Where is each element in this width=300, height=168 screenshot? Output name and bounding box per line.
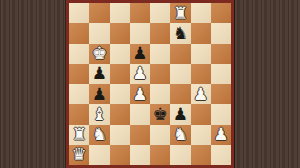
square-g1[interactable] [191, 145, 211, 165]
square-a4[interactable] [69, 84, 89, 104]
square-e2[interactable] [150, 125, 170, 145]
piece-white-pawn[interactable]: ♟ [213, 126, 228, 143]
square-g8[interactable] [191, 3, 211, 23]
square-b6[interactable]: ♚ [89, 44, 109, 64]
square-c7[interactable] [110, 23, 130, 43]
square-e3[interactable]: ♚ [150, 104, 170, 124]
square-b3[interactable]: ♝ [89, 104, 109, 124]
square-h2[interactable]: ♟ [211, 125, 231, 145]
square-e4[interactable] [150, 84, 170, 104]
piece-white-bishop[interactable]: ♝ [92, 105, 107, 122]
square-a1[interactable]: ♛ [69, 145, 89, 165]
square-h1[interactable] [211, 145, 231, 165]
square-f7[interactable]: ♞ [170, 23, 190, 43]
square-f5[interactable] [170, 64, 190, 84]
piece-white-rook[interactable]: ♜ [173, 4, 188, 21]
piece-black-pawn[interactable]: ♟ [92, 65, 107, 82]
square-h7[interactable] [211, 23, 231, 43]
square-f2[interactable]: ♞ [170, 125, 190, 145]
square-d3[interactable] [130, 104, 150, 124]
square-h5[interactable] [211, 64, 231, 84]
square-a2[interactable]: ♜ [69, 125, 89, 145]
square-g4[interactable]: ♟ [191, 84, 211, 104]
square-h8[interactable] [211, 3, 231, 23]
square-f3[interactable]: ♟ [170, 104, 190, 124]
square-c3[interactable] [110, 104, 130, 124]
piece-white-pawn[interactable]: ♟ [132, 65, 147, 82]
table-background: ♜♞♚♟♟♟♟♟♟♝♚♟♜♞♞♟♛ [0, 0, 300, 168]
square-b7[interactable] [89, 23, 109, 43]
square-e8[interactable] [150, 3, 170, 23]
square-h4[interactable] [211, 84, 231, 104]
square-b4[interactable]: ♟ [89, 84, 109, 104]
square-d6[interactable]: ♟ [130, 44, 150, 64]
square-g7[interactable] [191, 23, 211, 43]
square-b2[interactable]: ♞ [89, 125, 109, 145]
piece-white-king[interactable]: ♚ [92, 45, 107, 62]
square-g5[interactable] [191, 64, 211, 84]
piece-white-queen[interactable]: ♛ [72, 146, 87, 163]
square-g3[interactable] [191, 104, 211, 124]
piece-black-pawn[interactable]: ♟ [132, 45, 147, 62]
square-g2[interactable] [191, 125, 211, 145]
square-h3[interactable] [211, 104, 231, 124]
square-d8[interactable] [130, 3, 150, 23]
chess-board[interactable]: ♜♞♚♟♟♟♟♟♟♝♚♟♜♞♞♟♛ [69, 3, 231, 165]
square-e1[interactable] [150, 145, 170, 165]
square-d5[interactable]: ♟ [130, 64, 150, 84]
square-f8[interactable]: ♜ [170, 3, 190, 23]
square-d4[interactable]: ♟ [130, 84, 150, 104]
square-e6[interactable] [150, 44, 170, 64]
square-d7[interactable] [130, 23, 150, 43]
square-e7[interactable] [150, 23, 170, 43]
square-d2[interactable] [130, 125, 150, 145]
square-b1[interactable] [89, 145, 109, 165]
square-c2[interactable] [110, 125, 130, 145]
piece-black-pawn[interactable]: ♟ [92, 85, 107, 102]
square-a6[interactable] [69, 44, 89, 64]
piece-black-king[interactable]: ♚ [153, 105, 168, 122]
square-b5[interactable]: ♟ [89, 64, 109, 84]
square-a8[interactable] [69, 3, 89, 23]
square-f4[interactable] [170, 84, 190, 104]
piece-white-knight[interactable]: ♞ [173, 126, 188, 143]
piece-white-pawn[interactable]: ♟ [193, 85, 208, 102]
square-a3[interactable] [69, 104, 89, 124]
square-h6[interactable] [211, 44, 231, 64]
square-c5[interactable] [110, 64, 130, 84]
piece-white-knight[interactable]: ♞ [92, 126, 107, 143]
square-f6[interactable] [170, 44, 190, 64]
square-a5[interactable] [69, 64, 89, 84]
square-c6[interactable] [110, 44, 130, 64]
piece-black-knight[interactable]: ♞ [173, 24, 188, 41]
piece-white-rook[interactable]: ♜ [72, 126, 87, 143]
square-b8[interactable] [89, 3, 109, 23]
square-e5[interactable] [150, 64, 170, 84]
square-c1[interactable] [110, 145, 130, 165]
board-frame: ♜♞♚♟♟♟♟♟♟♝♚♟♜♞♞♟♛ [66, 0, 234, 168]
square-g6[interactable] [191, 44, 211, 64]
square-f1[interactable] [170, 145, 190, 165]
square-c4[interactable] [110, 84, 130, 104]
square-d1[interactable] [130, 145, 150, 165]
square-a7[interactable] [69, 23, 89, 43]
square-c8[interactable] [110, 3, 130, 23]
piece-black-pawn[interactable]: ♟ [173, 105, 188, 122]
piece-white-pawn[interactable]: ♟ [132, 85, 147, 102]
